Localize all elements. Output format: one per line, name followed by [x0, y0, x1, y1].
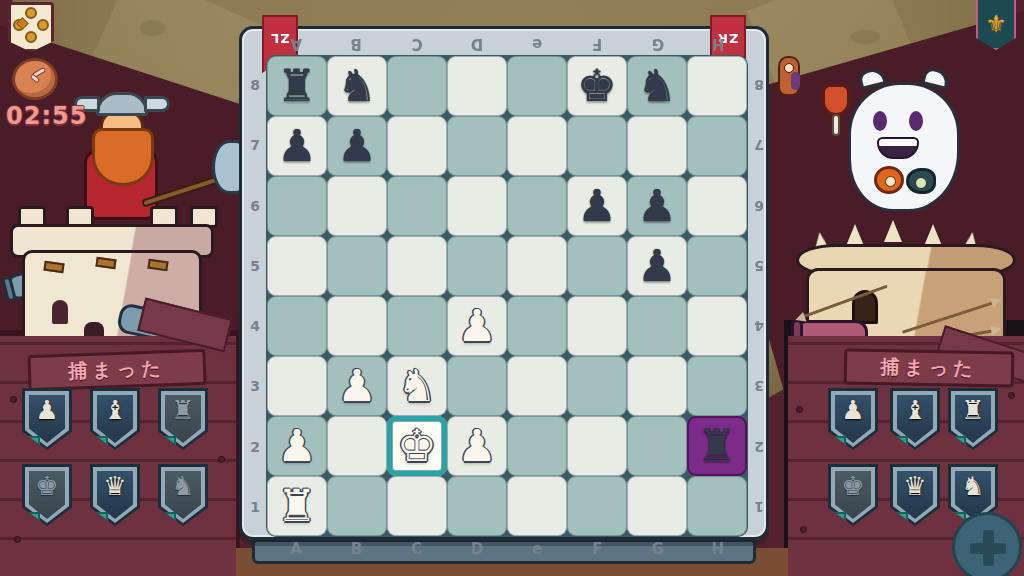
- square-h1[interactable]: [687, 476, 747, 536]
- square-e6[interactable]: [507, 176, 567, 236]
- rank-label-2: 2: [247, 417, 263, 477]
- piece-dark-pawn: ♟: [567, 176, 627, 236]
- rank-label-4: 4: [247, 296, 263, 356]
- file-label-a: A: [266, 540, 326, 560]
- dpad-dot-down-icon: [25, 31, 37, 43]
- square-a8[interactable]: ♜: [267, 56, 327, 116]
- screw: [10, 396, 17, 403]
- square-f4[interactable]: [567, 296, 627, 356]
- plus-icon: [983, 530, 994, 566]
- owl-decoration: [778, 56, 800, 96]
- square-d4[interactable]: ♟: [447, 296, 507, 356]
- square-e5[interactable]: [507, 236, 567, 296]
- ghost-goblet: [822, 84, 850, 116]
- rank-label-3: 3: [751, 356, 767, 416]
- captured-title-left: 捕まった: [68, 355, 166, 384]
- screw: [14, 536, 21, 543]
- square-a1[interactable]: ♜: [267, 476, 327, 536]
- square-g4[interactable]: [627, 296, 687, 356]
- piece-white-pawn: ♟: [447, 416, 507, 476]
- file-label-h: H: [688, 540, 748, 560]
- bird-buddy: [906, 168, 936, 194]
- piece-dark-rook: ♜: [687, 416, 747, 476]
- square-a6[interactable]: [267, 176, 327, 236]
- square-b7[interactable]: ♟: [327, 116, 387, 176]
- square-a4[interactable]: [267, 296, 327, 356]
- square-c8[interactable]: [387, 56, 447, 116]
- queen-card-art: ♛: [897, 471, 933, 519]
- square-b3[interactable]: ♟: [327, 356, 387, 416]
- plus-button[interactable]: [952, 512, 1022, 576]
- square-b2[interactable]: [327, 416, 387, 476]
- square-h5[interactable]: [687, 236, 747, 296]
- square-a3[interactable]: [267, 356, 327, 416]
- square-g6[interactable]: ♟: [627, 176, 687, 236]
- file-labels-bottom: ABCDeFGH: [266, 540, 748, 560]
- dpad-dot-right-icon: [37, 19, 49, 31]
- rank-label-6: 6: [247, 176, 263, 236]
- square-c2[interactable]: ♚: [387, 416, 447, 476]
- tower-window: [52, 300, 68, 324]
- bishop-card-art: ♝: [97, 395, 133, 443]
- square-f7[interactable]: [567, 116, 627, 176]
- rank-label-3: 3: [247, 356, 263, 416]
- piece-dark-pawn: ♟: [627, 176, 687, 236]
- game-screen: 02:55 ⚜ ZL ZR ABCDeFGH ABCDeFGH 87654321…: [0, 0, 1024, 576]
- file-label-d: D: [447, 540, 507, 560]
- ghost-eye: [909, 111, 923, 131]
- piece-dark-king: ♚: [567, 56, 627, 116]
- tower-spike: [884, 220, 902, 242]
- rank-label-2: 2: [751, 417, 767, 477]
- square-e7[interactable]: [507, 116, 567, 176]
- piece-dark-pawn: ♟: [327, 116, 387, 176]
- screw: [796, 406, 803, 413]
- square-f3[interactable]: [567, 356, 627, 416]
- king-card-art: ♚: [835, 471, 871, 519]
- rank-label-4: 4: [751, 296, 767, 356]
- square-c1[interactable]: [387, 476, 447, 536]
- square-d3[interactable]: [447, 356, 507, 416]
- square-d7[interactable]: [447, 116, 507, 176]
- file-label-b: B: [326, 33, 386, 53]
- square-h3[interactable]: [687, 356, 747, 416]
- piece-dark-pawn: ♟: [267, 116, 327, 176]
- file-label-h: H: [688, 33, 748, 53]
- rank-label-7: 7: [247, 115, 263, 175]
- square-h6[interactable]: [687, 176, 747, 236]
- rank-label-6: 6: [751, 176, 767, 236]
- piece-white-rook: ♜: [267, 476, 327, 536]
- rook-card-art: ♜: [165, 395, 201, 443]
- knight-card-art: ♞: [165, 471, 201, 519]
- square-f6[interactable]: ♟: [567, 176, 627, 236]
- captured-sign-left: 捕まった: [27, 349, 206, 391]
- square-d8[interactable]: [447, 56, 507, 116]
- piece-white-pawn: ♟: [447, 296, 507, 356]
- square-g2[interactable]: [627, 416, 687, 476]
- viking-beard: [92, 128, 154, 186]
- square-b1[interactable]: [327, 476, 387, 536]
- file-label-e: e: [507, 33, 567, 53]
- square-b6[interactable]: [327, 176, 387, 236]
- rook-card-art: ♜: [955, 395, 991, 443]
- square-e2[interactable]: [507, 416, 567, 476]
- square-c5[interactable]: [387, 236, 447, 296]
- square-b5[interactable]: [327, 236, 387, 296]
- square-h7[interactable]: [687, 116, 747, 176]
- square-e4[interactable]: [507, 296, 567, 356]
- square-f1[interactable]: [567, 476, 627, 536]
- file-label-c: C: [387, 33, 447, 53]
- file-label-g: G: [628, 33, 688, 53]
- file-label-c: C: [387, 540, 447, 560]
- square-c4[interactable]: [387, 296, 447, 356]
- rank-label-8: 8: [247, 55, 263, 115]
- pawn-card-art: ♟: [835, 395, 871, 443]
- square-g7[interactable]: [627, 116, 687, 176]
- ghost-body: [848, 82, 960, 212]
- square-e3[interactable]: [507, 356, 567, 416]
- tower-spike: [924, 224, 942, 246]
- chess-board-panel: ZL ZR ABCDeFGH ABCDeFGH 87654321 8765432…: [239, 26, 769, 540]
- square-d5[interactable]: [447, 236, 507, 296]
- square-g5[interactable]: ♟: [627, 236, 687, 296]
- captured-sign-right: 捕まった: [844, 349, 1015, 388]
- square-h4[interactable]: [687, 296, 747, 356]
- pumpkin-buddy: [874, 166, 904, 194]
- rank-label-7: 7: [751, 115, 767, 175]
- piece-white-pawn: ♟: [327, 356, 387, 416]
- square-d6[interactable]: [447, 176, 507, 236]
- file-label-g: G: [628, 540, 688, 560]
- rank-label-1: 1: [751, 477, 767, 537]
- square-a2[interactable]: ♟: [267, 416, 327, 476]
- viking-helmet-horn: [144, 96, 170, 112]
- square-a7[interactable]: ♟: [267, 116, 327, 176]
- file-label-a: A: [266, 33, 326, 53]
- dpad-dot-up-icon: [25, 7, 37, 19]
- square-f8[interactable]: ♚: [567, 56, 627, 116]
- tower-spike: [846, 224, 864, 246]
- piece-white-pawn: ♟: [267, 416, 327, 476]
- queen-card-art: ♛: [97, 471, 133, 519]
- screw: [218, 456, 225, 463]
- square-f2[interactable]: [567, 416, 627, 476]
- king-card-art: ♚: [29, 471, 65, 519]
- square-e1[interactable]: [507, 476, 567, 536]
- file-label-e: e: [507, 540, 567, 560]
- ghost-goblet-stem: [832, 114, 840, 136]
- piece-dark-pawn: ♟: [627, 236, 687, 296]
- square-a5[interactable]: [267, 236, 327, 296]
- square-h8[interactable]: [687, 56, 747, 116]
- piece-white-king: ♚: [387, 416, 447, 476]
- ghost-mouth: [877, 137, 919, 159]
- square-b8[interactable]: ♞: [327, 56, 387, 116]
- square-f5[interactable]: [567, 236, 627, 296]
- file-labels-top: ABCDeFGH: [266, 33, 748, 53]
- rank-label-1: 1: [247, 477, 263, 537]
- rank-labels-right: 87654321: [751, 55, 767, 537]
- square-h2[interactable]: ♜: [687, 416, 747, 476]
- piece-white-knight: ♞: [387, 356, 447, 416]
- rank-label-5: 5: [247, 236, 263, 296]
- rank-label-5: 5: [751, 236, 767, 296]
- ghost-eye: [873, 111, 887, 131]
- piece-dark-knight: ♞: [327, 56, 387, 116]
- square-c6[interactable]: [387, 176, 447, 236]
- screw: [800, 526, 807, 533]
- viking-helmet: [96, 92, 148, 116]
- timer: 02:55: [6, 102, 87, 130]
- square-g3[interactable]: [627, 356, 687, 416]
- file-label-d: D: [447, 33, 507, 53]
- rank-label-8: 8: [751, 55, 767, 115]
- file-label-f: F: [567, 33, 627, 53]
- square-d1[interactable]: [447, 476, 507, 536]
- file-label-b: B: [326, 540, 386, 560]
- square-c3[interactable]: ♞: [387, 356, 447, 416]
- square-d2[interactable]: ♟: [447, 416, 507, 476]
- piece-dark-rook: ♜: [267, 56, 327, 116]
- square-g1[interactable]: [627, 476, 687, 536]
- file-label-f: F: [567, 540, 627, 560]
- screw: [1008, 392, 1015, 399]
- square-e8[interactable]: [507, 56, 567, 116]
- piece-dark-knight: ♞: [627, 56, 687, 116]
- bishop-card-art: ♝: [897, 395, 933, 443]
- chess-board-grid: ♜♞♚♞♟♟♟♟♟♟♟♞♟♚♟♜♜: [266, 55, 748, 537]
- square-g8[interactable]: ♞: [627, 56, 687, 116]
- captured-title-right: 捕まった: [880, 354, 978, 382]
- pawn-card-art: ♟: [29, 395, 65, 443]
- rank-labels-left: 87654321: [247, 55, 263, 537]
- square-b4[interactable]: [327, 296, 387, 356]
- square-c7[interactable]: [387, 116, 447, 176]
